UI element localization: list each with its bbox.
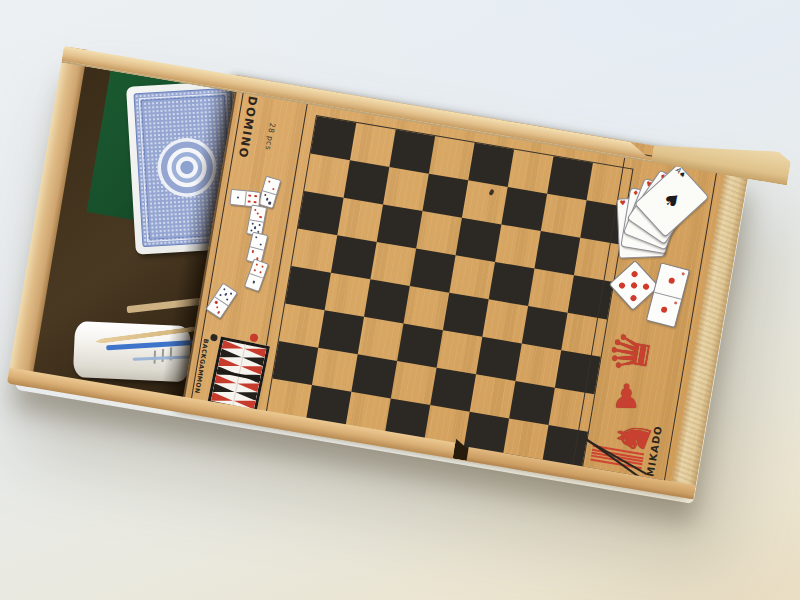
photo-scene: DOMINO 28 pcs BACKGAMMON ♥♦♥♦♠A♠ [0, 0, 800, 600]
board-square [468, 143, 514, 187]
board-square [449, 255, 495, 299]
board-square [429, 136, 475, 180]
card-corner-pip: ♥ [620, 200, 627, 207]
domino-count-label: 28 pcs [264, 122, 277, 151]
checkerboard [266, 116, 632, 469]
instructions-roll [73, 321, 191, 382]
board-square [304, 154, 350, 198]
board-square [358, 317, 404, 361]
board-square [522, 306, 568, 350]
board-square [311, 116, 357, 160]
board-square [331, 235, 377, 279]
card-back-rosette [154, 135, 220, 201]
board-square [509, 381, 555, 425]
board-square [430, 368, 476, 412]
marker-dot [210, 334, 218, 342]
marker-dot [249, 333, 258, 342]
board-square [397, 324, 443, 368]
board-square [482, 299, 528, 343]
board-square [364, 279, 410, 323]
board-square [285, 266, 331, 310]
backgammon-label: BACKGAMMON [194, 338, 210, 394]
board-square [389, 129, 435, 173]
board-square [462, 180, 508, 224]
board-square [495, 224, 541, 268]
wood-blemish [488, 188, 495, 195]
domino-label: DOMINO [236, 95, 260, 160]
board-square [410, 249, 456, 293]
board-square [534, 231, 580, 275]
board-square [312, 348, 358, 392]
die-face [647, 291, 682, 327]
domino-chain-illustration [214, 171, 292, 291]
board-square [470, 374, 516, 418]
card-corner-pip: A♠ [674, 167, 687, 180]
board-square [337, 198, 383, 242]
board-square [501, 187, 547, 231]
board-square [547, 156, 593, 200]
game-box: DOMINO 28 pcs BACKGAMMON ♥♦♥♦♠A♠ [7, 46, 750, 499]
board-square [403, 286, 449, 330]
board-square [383, 167, 429, 211]
board-square [528, 269, 574, 313]
backgammon-point [244, 344, 267, 357]
board-square [443, 293, 489, 337]
board-square [422, 174, 468, 218]
board-square [508, 150, 554, 194]
domino-tile [244, 258, 269, 292]
dice-pair-illustration [646, 262, 690, 328]
domino-tile [258, 176, 282, 209]
board-square [515, 344, 561, 388]
board-square [318, 310, 364, 354]
board-square [541, 194, 587, 238]
pawn-icon: ♟ [611, 379, 642, 413]
board-square [344, 160, 390, 204]
board-square [489, 262, 535, 306]
sliding-lid: DOMINO 28 pcs BACKGAMMON ♥♦♥♦♠A♠ [181, 75, 751, 499]
board-square [351, 354, 397, 398]
board-square [279, 303, 325, 347]
board-square [350, 123, 396, 167]
loose-domino-illustration [205, 283, 238, 320]
board-square [416, 211, 462, 255]
board-square [291, 229, 337, 273]
spade-icon: ♠ [659, 186, 687, 213]
board-square [476, 337, 522, 381]
board-square [391, 361, 437, 405]
board-square [272, 341, 318, 385]
board-square [298, 191, 344, 235]
board-square [325, 273, 371, 317]
board-square [456, 218, 502, 262]
card-fan-illustration: ♥♦♥♦♠A♠ [613, 161, 712, 270]
board-square [377, 204, 423, 248]
queen-icon: ♛ [603, 327, 660, 380]
domino-tile [205, 283, 238, 320]
board-square [437, 330, 483, 374]
board-square [370, 242, 416, 286]
